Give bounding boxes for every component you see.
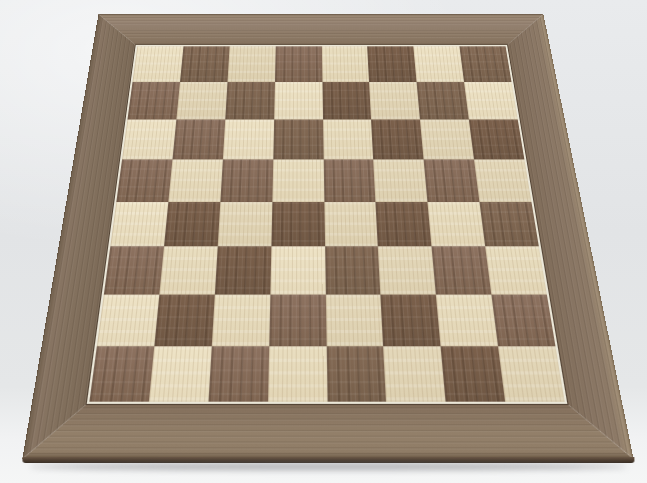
square-d3 [270, 247, 325, 295]
square-f7 [369, 82, 420, 120]
square-b8 [180, 46, 229, 81]
square-h5 [474, 159, 531, 201]
square-d5 [272, 159, 324, 201]
square-d8 [275, 46, 322, 81]
square-c5 [220, 159, 273, 201]
photo-background [0, 0, 647, 483]
square-h8 [460, 46, 512, 81]
square-d2 [269, 295, 326, 347]
board-squares-grid [89, 46, 564, 401]
chess-board [22, 14, 633, 459]
square-e3 [325, 247, 381, 295]
square-f8 [367, 46, 416, 81]
square-a4 [110, 202, 168, 247]
square-b6 [172, 119, 225, 159]
square-c6 [223, 119, 274, 159]
square-c1 [208, 346, 269, 401]
square-f6 [371, 119, 423, 159]
square-a7 [127, 82, 179, 120]
square-a5 [116, 159, 172, 201]
square-f5 [373, 159, 427, 201]
square-g6 [420, 119, 474, 159]
square-f1 [383, 346, 445, 401]
square-d4 [271, 202, 325, 247]
square-g8 [414, 46, 465, 81]
square-f3 [378, 247, 436, 295]
square-g2 [436, 295, 498, 347]
square-b4 [164, 202, 220, 247]
square-e7 [322, 82, 371, 120]
square-a3 [104, 247, 164, 295]
square-g7 [417, 82, 469, 120]
square-b3 [159, 247, 217, 295]
square-b5 [168, 159, 222, 201]
square-g5 [424, 159, 480, 201]
square-f2 [381, 295, 441, 347]
square-h4 [479, 202, 538, 247]
square-g4 [428, 202, 486, 247]
square-h2 [492, 295, 556, 347]
square-a2 [97, 295, 159, 347]
square-h7 [464, 82, 518, 120]
square-h1 [498, 346, 565, 401]
square-e5 [323, 159, 376, 201]
board-inlay-line [87, 45, 568, 404]
square-h6 [469, 119, 524, 159]
square-a6 [122, 119, 176, 159]
square-e8 [321, 46, 369, 81]
square-f4 [376, 202, 432, 247]
square-a8 [133, 46, 184, 81]
square-d7 [274, 82, 323, 120]
square-d6 [273, 119, 323, 159]
square-d1 [268, 346, 327, 401]
square-c2 [211, 295, 269, 347]
square-g1 [441, 346, 505, 401]
square-e6 [323, 119, 374, 159]
square-c4 [217, 202, 272, 247]
square-e4 [324, 202, 378, 247]
square-b7 [176, 82, 227, 120]
square-h3 [485, 247, 547, 295]
square-e2 [325, 295, 383, 347]
board-perspective-wrapper [0, 0, 647, 483]
square-c7 [225, 82, 275, 120]
square-g3 [432, 247, 492, 295]
square-c3 [215, 247, 271, 295]
square-a1 [89, 346, 154, 401]
square-b1 [149, 346, 212, 401]
board-shadow [29, 463, 627, 470]
square-b2 [154, 295, 214, 347]
square-e1 [326, 346, 386, 401]
square-c8 [227, 46, 275, 81]
